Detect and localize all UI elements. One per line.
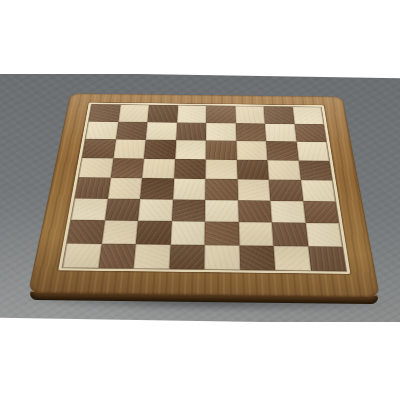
chessboard <box>28 93 380 297</box>
square <box>89 104 121 121</box>
square <box>238 222 273 246</box>
square <box>308 246 346 271</box>
playing-field <box>58 103 350 274</box>
square <box>174 159 206 179</box>
square <box>140 178 174 199</box>
square <box>146 122 177 140</box>
square <box>113 139 146 158</box>
square <box>138 199 173 221</box>
square <box>142 158 175 178</box>
square <box>269 180 303 201</box>
square <box>239 245 275 270</box>
square <box>108 178 143 199</box>
square <box>63 243 102 268</box>
square <box>237 179 270 200</box>
square <box>292 107 323 124</box>
square <box>98 243 136 268</box>
square <box>147 105 177 122</box>
square <box>75 177 110 198</box>
square <box>144 140 176 159</box>
square <box>294 124 326 142</box>
square <box>176 122 206 140</box>
square <box>105 198 141 220</box>
square <box>273 246 310 271</box>
square <box>206 140 237 159</box>
square <box>205 159 237 179</box>
square <box>237 160 269 180</box>
white-band-top <box>0 0 400 74</box>
square <box>79 158 113 178</box>
square <box>136 221 172 245</box>
square <box>305 223 342 247</box>
product-photo <box>0 0 400 400</box>
board-grid <box>61 104 347 272</box>
square <box>71 198 107 220</box>
square <box>296 142 329 161</box>
square <box>205 222 239 246</box>
square <box>175 140 206 159</box>
white-band-bottom <box>0 322 400 400</box>
square <box>265 123 296 141</box>
square <box>204 245 239 270</box>
square <box>101 220 138 244</box>
square <box>110 158 144 178</box>
square <box>206 123 236 141</box>
square <box>303 201 339 223</box>
square <box>171 199 205 221</box>
square <box>116 122 148 140</box>
square <box>170 221 205 245</box>
square <box>205 179 238 200</box>
square <box>82 139 115 158</box>
square <box>266 141 298 160</box>
square <box>272 222 308 246</box>
square <box>298 160 332 180</box>
square <box>236 141 267 160</box>
square <box>177 105 207 122</box>
square <box>235 123 266 141</box>
square <box>67 220 105 244</box>
square <box>300 180 335 201</box>
square <box>133 244 170 269</box>
square <box>173 178 206 199</box>
square <box>238 200 272 222</box>
square <box>205 200 238 222</box>
square <box>169 244 205 269</box>
square <box>264 106 295 123</box>
square <box>235 106 265 123</box>
square <box>206 106 235 123</box>
square <box>270 200 305 222</box>
square <box>86 121 119 139</box>
square <box>267 160 300 180</box>
square <box>118 105 149 122</box>
